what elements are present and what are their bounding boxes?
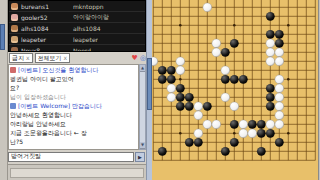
white-stone <box>176 57 185 66</box>
filter-chip-2-label: 전체보기 <box>38 54 62 62</box>
white-stone <box>266 57 275 66</box>
black-stone <box>221 75 230 84</box>
star-point <box>179 132 182 135</box>
user-avatar-icon <box>11 25 18 32</box>
user-name-2: mkntoppn <box>73 3 104 10</box>
white-stone <box>275 111 284 120</box>
black-stone <box>275 39 284 48</box>
user-name: alhs1084 <box>21 25 73 32</box>
go-board-svg[interactable] <box>152 0 318 180</box>
white-stone <box>275 84 284 93</box>
black-stone <box>230 120 239 129</box>
chat-message: 난?5 <box>10 138 23 146</box>
white-stone <box>266 48 275 57</box>
white-stone <box>167 84 176 93</box>
white-stone <box>275 93 284 102</box>
black-stone <box>266 102 275 111</box>
black-stone <box>266 129 275 138</box>
black-stone <box>176 102 185 111</box>
scroll-up-icon[interactable]: ▲ <box>140 65 145 72</box>
filter-chip-1[interactable]: 금지 x <box>9 53 33 63</box>
chat-line: 난?5 <box>10 138 137 146</box>
go-board[interactable] <box>152 0 318 180</box>
chat-message: 요? <box>10 84 19 92</box>
white-stone <box>212 120 221 129</box>
white-stone <box>230 102 239 111</box>
black-stone <box>275 138 284 147</box>
chat-line: 아리랑님 안녕하세요 <box>10 120 137 128</box>
status-text <box>10 168 144 178</box>
chat-message: 님이 입장하셨습니다 <box>10 93 66 101</box>
white-stone <box>203 120 212 129</box>
chat-message: 안녕하세요 환영합니다 <box>10 111 72 119</box>
black-stone <box>176 93 185 102</box>
user-avatar-icon <box>11 14 18 21</box>
black-stone <box>194 138 203 147</box>
chat-line: 님이 입장하셨습니다 <box>10 93 137 101</box>
white-stone <box>212 48 221 57</box>
black-stone <box>266 93 275 102</box>
send-button[interactable]: ▶ <box>135 152 145 162</box>
black-stone <box>158 147 167 156</box>
chat-message: [이벤트] 오신것을 환영합니다 <box>18 66 99 74</box>
user-name-2: 아이랑아이랑 <box>73 13 109 22</box>
white-stone <box>203 3 212 12</box>
white-stone <box>275 75 284 84</box>
chat-message: 펭귄님 아이디 팔고있어 <box>10 75 74 83</box>
black-stone <box>185 138 194 147</box>
user-row[interactable]: gooler52아이랑아이랑 <box>9 12 145 23</box>
star-point <box>287 132 290 135</box>
chat-line: 요? <box>10 84 137 92</box>
white-stone <box>266 120 275 129</box>
black-stone <box>230 75 239 84</box>
filter-close-icon-2[interactable]: x <box>64 54 68 62</box>
filter-chip-2[interactable]: 전체보기 x <box>35 53 71 63</box>
user-row[interactable]: bureans1mkntoppn <box>9 1 145 12</box>
user-name: bureans1 <box>21 3 73 10</box>
white-stone <box>275 102 284 111</box>
black-stone <box>185 93 194 102</box>
chat-scrollbar[interactable]: ▲ ▼ <box>139 64 146 150</box>
white-stone <box>266 39 275 48</box>
user-name: gooler52 <box>21 14 73 21</box>
user-avatar-icon <box>11 3 18 10</box>
user-name-2: leapeter <box>73 36 98 43</box>
panel-bottom-bar <box>8 164 146 180</box>
chat-avatar-icon <box>10 67 16 73</box>
white-stone <box>275 48 284 57</box>
black-stone <box>167 75 176 84</box>
star-point <box>179 24 182 27</box>
black-stone <box>176 84 185 93</box>
white-stone <box>194 102 203 111</box>
black-stone <box>266 12 275 21</box>
star-point <box>287 24 290 27</box>
white-stone <box>176 66 185 75</box>
chat-message: [이벤트 Welcome] 반갑습니다 <box>18 102 102 110</box>
chat-input-bar: ▶ <box>8 150 146 163</box>
white-stone <box>248 129 257 138</box>
black-stone <box>275 30 284 39</box>
user-row[interactable]: leapeterleapeter <box>9 34 145 45</box>
black-stone <box>230 138 239 147</box>
chat-line: [이벤트] 오신것을 환영합니다 <box>10 66 137 74</box>
chat-message: 아리랑님 안녕하세요 <box>10 120 66 128</box>
black-stone <box>167 66 176 75</box>
chat-line: 지금 조문왕올라옵니다 ← 장 <box>10 129 137 137</box>
chat-input[interactable] <box>8 152 134 162</box>
user-name: leapeter <box>21 36 73 43</box>
user-row[interactable]: alhs1084alhs1084 <box>9 23 145 34</box>
user-row[interactable]: Noyx8Noord <box>9 45 145 52</box>
filter-close-icon[interactable]: x <box>26 54 30 62</box>
white-stone <box>221 66 230 75</box>
user-list[interactable]: bureans1mkntoppngooler52아이랑아이랑alhs1084al… <box>8 0 146 52</box>
chat-line: 안녕하세요 환영합니다 <box>10 111 137 119</box>
black-stone <box>266 84 275 93</box>
white-stone <box>212 39 221 48</box>
star-point <box>233 132 236 135</box>
white-stone <box>239 129 248 138</box>
white-stone <box>275 120 284 129</box>
black-stone <box>239 75 248 84</box>
black-stone <box>221 48 230 57</box>
white-stone <box>275 57 284 66</box>
black-stone <box>257 147 266 156</box>
black-stone <box>203 102 212 111</box>
star-point <box>179 78 182 81</box>
white-stone <box>194 111 203 120</box>
chat-log[interactable]: [이벤트] 오신것을 환영합니다펭귄님 아이디 팔고있어요?님이 입장하셨습니다… <box>8 64 139 150</box>
chat-message: 지금 조문왕올라옵니다 ← 장 <box>10 129 87 137</box>
black-stone <box>257 129 266 138</box>
filter-bar: 금지 x 전체보기 x ♥ ◎ <box>8 52 146 64</box>
chat-scrollbar-thumb[interactable] <box>0 24 5 50</box>
white-stone <box>194 129 203 138</box>
user-name-2: alhs1084 <box>73 25 101 32</box>
black-stone <box>248 120 257 129</box>
scroll-down-icon[interactable]: ▼ <box>140 142 145 149</box>
black-stone <box>221 147 230 156</box>
white-stone <box>239 120 248 129</box>
user-avatar-icon <box>11 36 18 43</box>
filter-chip-1-label: 금지 <box>12 54 24 62</box>
black-stone <box>266 30 275 39</box>
black-stone <box>185 102 194 111</box>
black-stone <box>230 39 239 48</box>
black-stone <box>257 120 266 129</box>
black-stone <box>158 66 167 75</box>
black-stone <box>158 75 167 84</box>
chat-avatar-icon <box>10 103 16 109</box>
lips-icon[interactable]: ♥ <box>132 54 138 62</box>
star-point <box>287 78 290 81</box>
white-stone <box>221 93 230 102</box>
star-point <box>233 24 236 27</box>
chat-line: 펭귄님 아이디 팔고있어 <box>10 75 137 83</box>
app-window: { "game": "go", "board_size": 19, "posit… <box>0 0 320 180</box>
chat-line: [이벤트 Welcome] 반갑습니다 <box>10 102 137 110</box>
white-stone <box>152 57 158 66</box>
white-stone <box>167 93 176 102</box>
